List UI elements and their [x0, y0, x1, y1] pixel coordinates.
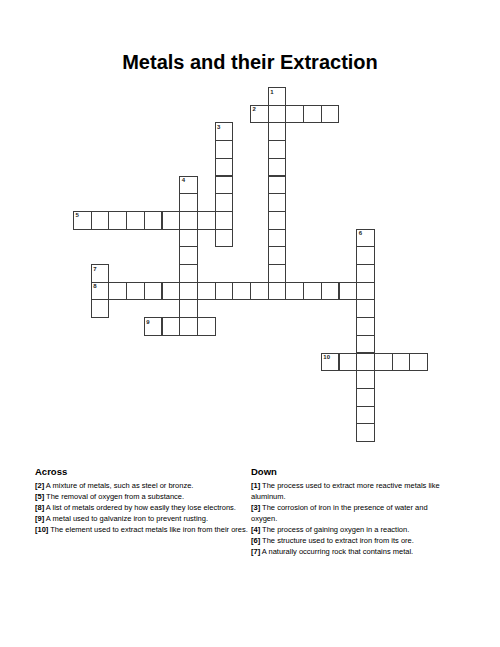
grid-cell[interactable]	[268, 122, 287, 141]
down-header: Down	[251, 466, 455, 477]
grid-cell[interactable]	[321, 105, 340, 124]
grid-cell[interactable]	[215, 140, 234, 159]
grid-cell[interactable]	[356, 335, 375, 354]
grid-cell[interactable]	[356, 388, 375, 407]
grid-cell[interactable]	[321, 282, 340, 301]
cell-number: 7	[93, 266, 96, 272]
grid-cell[interactable]	[162, 317, 181, 336]
clue-text: The element used to extract metals like …	[48, 525, 248, 534]
clue: [4] The process of gaining oxygen in a r…	[251, 524, 455, 535]
clue: [3] The corrosion of iron in the presenc…	[251, 502, 455, 524]
clue-text: The corrosion of iron in the presence of…	[251, 503, 428, 523]
grid-cell[interactable]	[409, 353, 428, 372]
across-header: Across	[35, 466, 260, 477]
across-clues-list: [2] A mixture of metals, such as steel o…	[35, 480, 260, 535]
grid-cell[interactable]	[285, 105, 304, 124]
grid-cell[interactable]	[215, 158, 234, 177]
grid-cell[interactable]	[356, 264, 375, 283]
grid-cell[interactable]	[268, 105, 287, 124]
cell-number: 6	[359, 230, 362, 236]
grid-cell[interactable]	[91, 299, 110, 318]
clue-number: [8]	[35, 503, 44, 512]
clue-text: The process used to extract more reactiv…	[251, 481, 440, 501]
clue-text: The process of gaining oxygen in a react…	[260, 525, 409, 534]
grid-cell[interactable]	[179, 282, 198, 301]
grid-cell[interactable]	[339, 282, 358, 301]
clue-text: The removal of oxygen from a substance.	[44, 492, 184, 501]
grid-cell[interactable]	[268, 246, 287, 265]
grid-cell[interactable]	[197, 317, 216, 336]
grid-cell[interactable]	[268, 158, 287, 177]
clue-text: A mixture of metals, such as steel or br…	[44, 481, 193, 490]
cell-number: 8	[93, 283, 96, 289]
grid-cell[interactable]	[215, 282, 234, 301]
clue-number: [2]	[35, 481, 44, 490]
grid-cell[interactable]	[179, 246, 198, 265]
cell-number: 10	[323, 354, 330, 360]
grid-cell[interactable]	[268, 211, 287, 230]
clue: [9] A metal used to galvanize iron to pr…	[35, 513, 260, 524]
grid-cell[interactable]: 10	[321, 353, 340, 372]
grid-cell[interactable]	[197, 282, 216, 301]
clue-number: [4]	[251, 525, 260, 534]
grid-cell[interactable]	[285, 282, 304, 301]
down-clues-section: Down [1] The process used to extract mor…	[251, 466, 455, 557]
grid-cell[interactable]: 2	[250, 105, 269, 124]
grid-cell[interactable]	[268, 176, 287, 195]
clue: [8] A list of metals ordered by how easi…	[35, 502, 260, 513]
grid-cell[interactable]	[162, 211, 181, 230]
clue-number: [10]	[35, 525, 48, 534]
clue-number: [9]	[35, 514, 44, 523]
grid-cell[interactable]	[268, 140, 287, 159]
clue: [1] The process used to extract more rea…	[251, 480, 455, 502]
grid-cell[interactable]	[356, 370, 375, 389]
grid-cell[interactable]	[179, 193, 198, 212]
grid-cell[interactable]	[392, 353, 411, 372]
page-title: Metals and their Extraction	[0, 51, 500, 74]
clue-number: [7]	[251, 547, 260, 556]
clue-text: A naturally occurring rock that contains…	[260, 547, 413, 556]
clue-number: [5]	[35, 492, 44, 501]
grid-cell[interactable]	[215, 229, 234, 248]
grid-cell[interactable]	[215, 176, 234, 195]
grid-cell[interactable]	[126, 211, 145, 230]
grid-cell[interactable]	[303, 105, 322, 124]
grid-cell[interactable]	[356, 282, 375, 301]
grid-cell[interactable]	[250, 282, 269, 301]
clue-number: [6]	[251, 536, 260, 545]
cell-number: 3	[217, 124, 220, 130]
clue-number: [1]	[251, 481, 260, 490]
grid-cell[interactable]	[126, 282, 145, 301]
cell-number: 5	[76, 212, 79, 218]
clue: [6] The structure used to extract iron f…	[251, 535, 455, 546]
crossword-grid: 12345678910	[73, 87, 429, 443]
grid-cell[interactable]: 4	[179, 176, 198, 195]
grid-cell[interactable]	[91, 211, 110, 230]
clue: [7] A naturally occurring rock that cont…	[251, 546, 455, 557]
across-clues-section: Across [2] A mixture of metals, such as …	[35, 466, 260, 535]
grid-cell[interactable]: 8	[91, 282, 110, 301]
grid-cell[interactable]	[268, 229, 287, 248]
grid-cell[interactable]	[339, 353, 358, 372]
grid-cell[interactable]: 7	[91, 264, 110, 283]
grid-cell[interactable]	[356, 246, 375, 265]
cell-number: 1	[270, 89, 273, 95]
grid-cell[interactable]: 6	[356, 229, 375, 248]
grid-cell[interactable]	[356, 317, 375, 336]
clue: [5] The removal of oxygen from a substan…	[35, 491, 260, 502]
grid-cell[interactable]	[356, 353, 375, 372]
grid-cell[interactable]	[108, 211, 127, 230]
clue-number: [3]	[251, 503, 260, 512]
clue-text: The structure used to extract iron from …	[260, 536, 414, 545]
cell-number: 4	[182, 177, 185, 183]
grid-cell[interactable]	[144, 282, 163, 301]
grid-cell[interactable]	[197, 211, 216, 230]
grid-cell[interactable]	[268, 264, 287, 283]
grid-cell[interactable]	[374, 353, 393, 372]
grid-cell[interactable]	[179, 211, 198, 230]
grid-cell[interactable]: 5	[73, 211, 92, 230]
grid-cell[interactable]	[108, 282, 127, 301]
grid-cell[interactable]	[303, 282, 322, 301]
grid-cell[interactable]: 3	[215, 122, 234, 141]
grid-cell[interactable]	[356, 423, 375, 442]
down-clues-list: [1] The process used to extract more rea…	[251, 480, 455, 557]
cell-number: 2	[253, 106, 256, 112]
clue-text: A list of metals ordered by how easily t…	[44, 503, 236, 512]
grid-cell[interactable]	[356, 299, 375, 318]
cell-number: 9	[146, 319, 149, 325]
grid-cell[interactable]	[356, 406, 375, 425]
grid-cell[interactable]	[179, 299, 198, 318]
clue: [2] A mixture of metals, such as steel o…	[35, 480, 260, 491]
clue: [10] The element used to extract metals …	[35, 524, 260, 535]
grid-cell[interactable]	[179, 264, 198, 283]
grid-cell[interactable]: 9	[144, 317, 163, 336]
grid-cell[interactable]	[215, 193, 234, 212]
grid-cell[interactable]	[268, 193, 287, 212]
grid-cell[interactable]	[179, 317, 198, 336]
grid-cell[interactable]	[144, 211, 163, 230]
grid-cell[interactable]: 1	[268, 87, 287, 106]
grid-cell[interactable]	[162, 282, 181, 301]
grid-cell[interactable]	[232, 282, 251, 301]
clue-text: A metal used to galvanize iron to preven…	[44, 514, 208, 523]
grid-cell[interactable]	[215, 211, 234, 230]
grid-cell[interactable]	[268, 282, 287, 301]
grid-cell[interactable]	[179, 229, 198, 248]
